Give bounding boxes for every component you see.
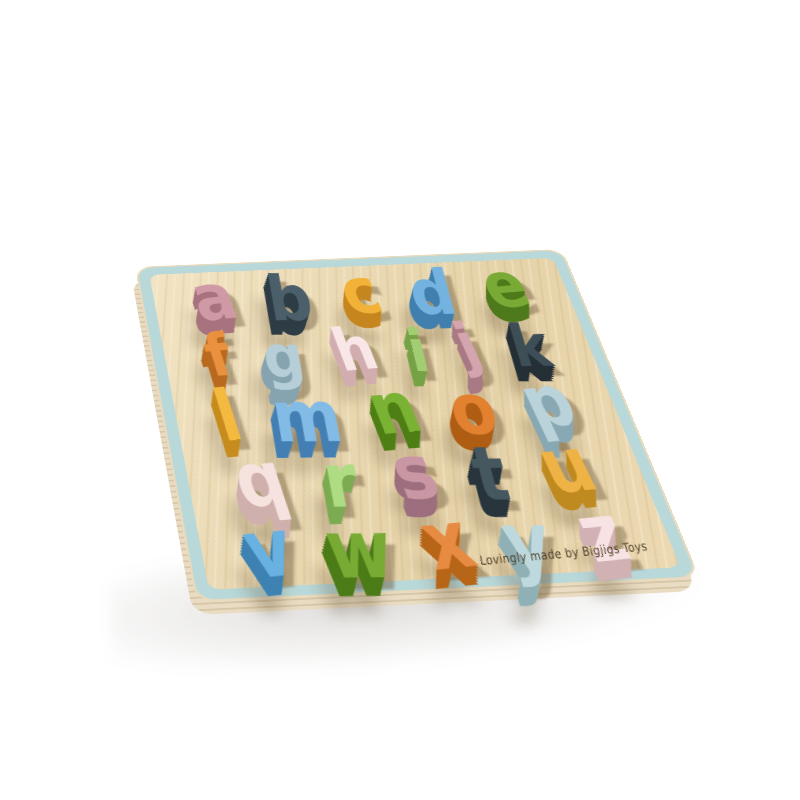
piece-j[interactable]: j (446, 315, 491, 374)
product-photo-scene: a b c d e f g h i j k l m n o p (0, 0, 800, 800)
piece-y[interactable]: y (494, 502, 562, 582)
piece-i[interactable]: i (401, 322, 435, 380)
board-wood-face: a b c d e f g h i j k l m n o p (149, 258, 680, 590)
puzzle-board: a b c d e f g h i j k l m n o p (135, 249, 700, 602)
piece-x[interactable]: x (409, 499, 484, 582)
piece-e[interactable]: e (469, 254, 539, 319)
piece-b[interactable]: b (262, 268, 318, 331)
piece-z[interactable]: z (564, 493, 640, 575)
piece-w[interactable]: w (319, 510, 400, 590)
